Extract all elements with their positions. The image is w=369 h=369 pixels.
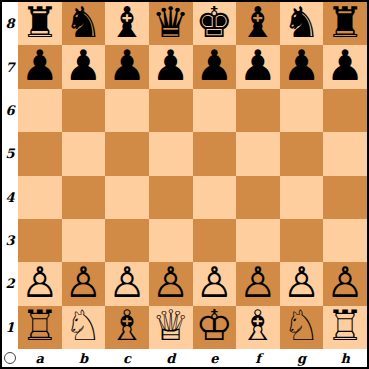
rank-label-7: 7	[2, 45, 18, 88]
square-f1[interactable]: ♗	[236, 306, 280, 349]
square-e6[interactable]	[193, 89, 237, 132]
square-a8[interactable]: ♜	[18, 2, 62, 45]
square-b5[interactable]	[62, 132, 106, 175]
piece-white-pawn-e2[interactable]: ♙	[195, 262, 233, 304]
square-h5[interactable]	[323, 132, 367, 175]
piece-black-bishop-c8[interactable]: ♝	[108, 2, 146, 44]
file-label-h: h	[323, 349, 367, 367]
square-d6[interactable]	[149, 89, 193, 132]
square-d1[interactable]: ♕	[149, 306, 193, 349]
square-g2[interactable]: ♙	[280, 262, 324, 305]
piece-black-rook-h8[interactable]: ♜	[326, 2, 364, 44]
square-h2[interactable]: ♙	[323, 262, 367, 305]
rank-label-8: 8	[2, 2, 18, 45]
rank-label-6: 6	[2, 89, 18, 132]
square-e5[interactable]	[193, 132, 237, 175]
square-f2[interactable]: ♙	[236, 262, 280, 305]
square-e2[interactable]: ♙	[193, 262, 237, 305]
piece-black-pawn-f7[interactable]: ♟	[239, 45, 277, 87]
square-b1[interactable]: ♘	[62, 306, 106, 349]
square-b2[interactable]: ♙	[62, 262, 106, 305]
piece-black-knight-b8[interactable]: ♞	[65, 2, 103, 44]
square-a2[interactable]: ♙	[18, 262, 62, 305]
piece-white-pawn-c2[interactable]: ♙	[108, 262, 146, 304]
piece-black-bishop-f8[interactable]: ♝	[239, 2, 277, 44]
square-g8[interactable]: ♞	[280, 2, 324, 45]
square-b6[interactable]	[62, 89, 106, 132]
square-g6[interactable]	[280, 89, 324, 132]
piece-black-pawn-c7[interactable]: ♟	[108, 45, 146, 87]
file-label-c: c	[105, 349, 149, 367]
piece-white-queen-d1[interactable]: ♕	[152, 306, 190, 348]
square-f8[interactable]: ♝	[236, 2, 280, 45]
piece-white-knight-g1[interactable]: ♘	[283, 306, 321, 348]
piece-black-pawn-d7[interactable]: ♟	[152, 45, 190, 87]
piece-black-pawn-g7[interactable]: ♟	[283, 45, 321, 87]
square-b8[interactable]: ♞	[62, 2, 106, 45]
file-label-b: b	[62, 349, 106, 367]
square-d5[interactable]	[149, 132, 193, 175]
piece-black-knight-g8[interactable]: ♞	[283, 2, 321, 44]
piece-white-bishop-f1[interactable]: ♗	[239, 306, 277, 348]
square-d8[interactable]: ♛	[149, 2, 193, 45]
piece-white-pawn-f2[interactable]: ♙	[239, 262, 277, 304]
square-h4[interactable]	[323, 176, 367, 219]
square-b7[interactable]: ♟	[62, 45, 106, 88]
file-label-a: a	[18, 349, 62, 367]
piece-black-rook-a8[interactable]: ♜	[21, 2, 59, 44]
square-e4[interactable]	[193, 176, 237, 219]
square-g1[interactable]: ♘	[280, 306, 324, 349]
square-h8[interactable]: ♜	[323, 2, 367, 45]
square-g4[interactable]	[280, 176, 324, 219]
square-a7[interactable]: ♟	[18, 45, 62, 88]
square-f5[interactable]	[236, 132, 280, 175]
square-c8[interactable]: ♝	[105, 2, 149, 45]
rank-label-5: 5	[2, 132, 18, 175]
piece-white-rook-a1[interactable]: ♖	[21, 306, 59, 348]
piece-black-pawn-b7[interactable]: ♟	[65, 45, 103, 87]
piece-black-pawn-a7[interactable]: ♟	[21, 45, 59, 87]
square-g3[interactable]	[280, 219, 324, 262]
square-h3[interactable]	[323, 219, 367, 262]
rank-label-2: 2	[2, 262, 18, 305]
square-h6[interactable]	[323, 89, 367, 132]
rank-label-4: 4	[2, 176, 18, 219]
square-d7[interactable]: ♟	[149, 45, 193, 88]
bottom-left-corner	[2, 349, 18, 367]
white-to-move-indicator-icon	[4, 352, 16, 364]
piece-white-king-e1[interactable]: ♔	[195, 306, 233, 348]
square-c6[interactable]	[105, 89, 149, 132]
square-d4[interactable]	[149, 176, 193, 219]
square-e7[interactable]: ♟	[193, 45, 237, 88]
rank-label-3: 3	[2, 219, 18, 262]
square-f4[interactable]	[236, 176, 280, 219]
square-c1[interactable]: ♗	[105, 306, 149, 349]
rank-label-1: 1	[2, 306, 18, 349]
square-f3[interactable]	[236, 219, 280, 262]
piece-white-pawn-d2[interactable]: ♙	[152, 262, 190, 304]
square-a4[interactable]	[18, 176, 62, 219]
square-g5[interactable]	[280, 132, 324, 175]
square-a6[interactable]	[18, 89, 62, 132]
piece-white-pawn-a2[interactable]: ♙	[21, 262, 59, 304]
piece-white-pawn-g2[interactable]: ♙	[283, 262, 321, 304]
piece-white-bishop-c1[interactable]: ♗	[108, 306, 146, 348]
piece-white-knight-b1[interactable]: ♘	[65, 306, 103, 348]
piece-black-queen-d8[interactable]: ♛	[152, 2, 190, 44]
square-c4[interactable]	[105, 176, 149, 219]
piece-white-pawn-h2[interactable]: ♙	[326, 262, 364, 304]
square-e8[interactable]: ♚	[193, 2, 237, 45]
square-d2[interactable]: ♙	[149, 262, 193, 305]
file-label-f: f	[236, 349, 280, 367]
square-f7[interactable]: ♟	[236, 45, 280, 88]
square-b4[interactable]	[62, 176, 106, 219]
square-a5[interactable]	[18, 132, 62, 175]
file-label-d: d	[149, 349, 193, 367]
piece-black-king-e8[interactable]: ♚	[195, 2, 233, 44]
square-h1[interactable]: ♖	[323, 306, 367, 349]
square-e3[interactable]	[193, 219, 237, 262]
square-c3[interactable]	[105, 219, 149, 262]
piece-black-pawn-h7[interactable]: ♟	[326, 45, 364, 87]
square-c7[interactable]: ♟	[105, 45, 149, 88]
piece-white-pawn-b2[interactable]: ♙	[65, 262, 103, 304]
piece-black-pawn-e7[interactable]: ♟	[195, 45, 233, 87]
square-c5[interactable]	[105, 132, 149, 175]
file-label-g: g	[280, 349, 324, 367]
chess-board-frame: 8♜♞♝♛♚♝♞♜7♟♟♟♟♟♟♟♟65432♙♙♙♙♙♙♙♙1♖♘♗♕♔♗♘♖…	[0, 0, 369, 369]
square-e1[interactable]: ♔	[193, 306, 237, 349]
square-b3[interactable]	[62, 219, 106, 262]
square-h7[interactable]: ♟	[323, 45, 367, 88]
square-c2[interactable]: ♙	[105, 262, 149, 305]
square-f6[interactable]	[236, 89, 280, 132]
piece-white-rook-h1[interactable]: ♖	[326, 306, 364, 348]
square-a1[interactable]: ♖	[18, 306, 62, 349]
square-g7[interactable]: ♟	[280, 45, 324, 88]
square-d3[interactable]	[149, 219, 193, 262]
square-a3[interactable]	[18, 219, 62, 262]
file-label-e: e	[193, 349, 237, 367]
